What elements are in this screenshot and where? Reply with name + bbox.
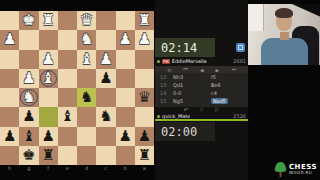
square[interactable]: ♟ bbox=[116, 30, 135, 49]
square[interactable]: ♝ bbox=[58, 107, 77, 126]
square[interactable] bbox=[77, 146, 96, 165]
online-dot bbox=[157, 60, 160, 63]
square[interactable] bbox=[58, 127, 77, 146]
square[interactable] bbox=[96, 127, 115, 146]
move-nav-bar: ⟲ ⏮ ◀ ▶ ⏭ bbox=[155, 66, 248, 73]
black-move-current[interactable]: Nxd5 bbox=[211, 98, 228, 104]
white-pawn[interactable]: ♟ bbox=[19, 69, 38, 88]
square[interactable] bbox=[116, 50, 135, 69]
square[interactable] bbox=[135, 50, 154, 69]
square[interactable] bbox=[39, 107, 58, 126]
file-label: b bbox=[116, 165, 135, 171]
player-clock: 02:00 bbox=[155, 122, 215, 141]
black-king[interactable]: ♚ bbox=[19, 146, 38, 165]
black-rook[interactable]: ♜ bbox=[39, 146, 58, 165]
square[interactable] bbox=[77, 107, 96, 126]
white-pawn[interactable]: ♟ bbox=[96, 50, 115, 69]
opponent-rating: 2681 bbox=[233, 58, 246, 64]
channel-logo: CHESS WOOD.RU bbox=[274, 161, 317, 177]
square[interactable]: ♛ bbox=[77, 11, 96, 30]
square[interactable] bbox=[0, 69, 19, 88]
white-move[interactable]: Qd1 bbox=[173, 82, 211, 88]
white-rook[interactable]: ♜ bbox=[39, 11, 58, 30]
white-move[interactable]: Ng5 bbox=[173, 98, 211, 104]
white-knight[interactable]: ♞ bbox=[77, 30, 96, 49]
white-bishop[interactable]: ♝ bbox=[77, 50, 96, 69]
file-label: f bbox=[39, 165, 58, 171]
file-label: g bbox=[19, 165, 38, 171]
square[interactable]: ♜ bbox=[39, 146, 58, 165]
square[interactable]: ♟ bbox=[116, 127, 135, 146]
square[interactable] bbox=[58, 11, 77, 30]
square[interactable] bbox=[0, 107, 19, 126]
time-progress-bar bbox=[155, 119, 248, 121]
black-move[interactable]: f5 bbox=[211, 74, 248, 80]
file-label: d bbox=[77, 165, 96, 171]
white-pawn[interactable]: ♟ bbox=[116, 30, 135, 49]
opponent-row: FM EddieMarsalla 2681 bbox=[157, 57, 246, 65]
square[interactable]: ♟ bbox=[39, 50, 58, 69]
square[interactable]: ♝ bbox=[39, 69, 58, 88]
logo-line2: WOOD.RU bbox=[289, 171, 317, 175]
white-rook[interactable]: ♜ bbox=[135, 11, 154, 30]
file-label: a bbox=[135, 165, 154, 171]
go-end-icon[interactable]: ⏭ bbox=[231, 66, 236, 73]
white-pawn[interactable]: ♟ bbox=[135, 30, 154, 49]
square[interactable] bbox=[58, 88, 77, 107]
square[interactable]: ♟ bbox=[0, 127, 19, 146]
square[interactable]: ♟ bbox=[0, 30, 19, 49]
square[interactable] bbox=[96, 30, 115, 49]
square[interactable]: ♟ bbox=[96, 50, 115, 69]
square[interactable] bbox=[116, 11, 135, 30]
square[interactable] bbox=[0, 146, 19, 165]
square[interactable] bbox=[77, 127, 96, 146]
square[interactable] bbox=[77, 69, 96, 88]
square[interactable]: ♝ bbox=[19, 127, 38, 146]
streamer-hair bbox=[275, 8, 293, 18]
streamer-torso bbox=[261, 38, 308, 65]
annotation-circle bbox=[40, 70, 57, 87]
square[interactable] bbox=[96, 146, 115, 165]
black-knight[interactable]: ♞ bbox=[96, 107, 115, 126]
black-knight[interactable]: ♞ bbox=[77, 88, 96, 107]
move-list: ⟲ ⏮ ◀ ▶ ⏭ 12 Nh3 f5 13 Qd1 Be6 14 0-0 c4 bbox=[155, 66, 248, 107]
square[interactable] bbox=[135, 107, 154, 126]
square[interactable]: ♟ bbox=[19, 107, 38, 126]
black-bishop[interactable]: ♝ bbox=[58, 107, 77, 126]
black-pawn[interactable]: ♟ bbox=[0, 127, 19, 146]
chess-board[interactable]: ♚♜♛♜♟♞♟♟♟♝♟♟♝♟♞♞♛♟♝♞♟♝♟♟♟♚♜♜ bbox=[0, 11, 154, 165]
annotation-circle bbox=[20, 89, 37, 106]
black-pawn[interactable]: ♟ bbox=[19, 107, 38, 126]
square[interactable] bbox=[116, 69, 135, 88]
streamer-neck bbox=[280, 32, 289, 40]
flip-board-icon[interactable]: ⟲ bbox=[167, 67, 171, 73]
move-number: 12 bbox=[160, 74, 173, 80]
square[interactable]: ♟ bbox=[135, 127, 154, 146]
square[interactable]: ♚ bbox=[19, 11, 38, 30]
white-pawn[interactable]: ♟ bbox=[0, 30, 19, 49]
square[interactable]: ♞ bbox=[19, 88, 38, 107]
step-forward-icon[interactable]: ▶ bbox=[216, 67, 220, 73]
square[interactable] bbox=[96, 88, 115, 107]
move-row: 12 Nh3 f5 bbox=[155, 73, 248, 81]
move-row: 15 Ng5 Nxd5 bbox=[155, 97, 248, 105]
square[interactable]: ♟ bbox=[135, 30, 154, 49]
square[interactable] bbox=[39, 88, 58, 107]
shelf bbox=[248, 4, 264, 31]
square[interactable] bbox=[135, 69, 154, 88]
black-pawn[interactable]: ♟ bbox=[116, 127, 135, 146]
square[interactable] bbox=[116, 107, 135, 126]
square[interactable]: ♝ bbox=[77, 50, 96, 69]
square[interactable]: ♞ bbox=[77, 30, 96, 49]
square[interactable] bbox=[39, 30, 58, 49]
square[interactable] bbox=[0, 88, 19, 107]
square[interactable] bbox=[0, 50, 19, 69]
white-king[interactable]: ♚ bbox=[19, 11, 38, 30]
square[interactable] bbox=[0, 11, 19, 30]
stream-frame: ♚♜♛♜♟♞♟♟♟♝♟♟♝♟♞♞♛♟♝♞♟♝♟♟♟♚♜♜ hgfedcba 02… bbox=[0, 0, 320, 180]
square[interactable]: ♛ bbox=[135, 88, 154, 107]
square[interactable] bbox=[58, 50, 77, 69]
square[interactable]: ♜ bbox=[39, 11, 58, 30]
online-dot bbox=[157, 115, 160, 118]
square[interactable]: ♟ bbox=[39, 127, 58, 146]
square[interactable]: ♜ bbox=[135, 11, 154, 30]
move-number: 15 bbox=[160, 98, 173, 104]
title-badge: FM bbox=[162, 59, 170, 64]
tree-icon bbox=[274, 161, 287, 177]
square[interactable]: ♚ bbox=[19, 146, 38, 165]
move-row: 14 0-0 c4 bbox=[155, 89, 248, 97]
square[interactable] bbox=[58, 146, 77, 165]
settings-icon[interactable] bbox=[236, 43, 245, 52]
move-row: 13 Qd1 Be6 bbox=[155, 81, 248, 89]
file-label: h bbox=[0, 165, 19, 171]
white-move[interactable]: 0-0 bbox=[173, 90, 211, 96]
square[interactable] bbox=[116, 146, 135, 165]
black-pawn[interactable]: ♟ bbox=[135, 127, 154, 146]
square[interactable] bbox=[96, 11, 115, 30]
game-panel: 02:14 FM EddieMarsalla 2681 ⟲ ⏮ ◀ ▶ ⏭ 12… bbox=[155, 0, 248, 180]
black-queen[interactable]: ♛ bbox=[135, 88, 154, 107]
white-queen[interactable]: ♛ bbox=[77, 11, 96, 30]
move-number: 14 bbox=[160, 90, 173, 96]
square[interactable]: ♞ bbox=[77, 88, 96, 107]
square[interactable]: ♞ bbox=[96, 107, 115, 126]
webcam-video bbox=[248, 4, 320, 65]
black-bishop[interactable]: ♝ bbox=[19, 127, 38, 146]
file-label: e bbox=[58, 165, 77, 171]
square[interactable] bbox=[58, 69, 77, 88]
file-label: c bbox=[96, 165, 115, 171]
square[interactable] bbox=[116, 88, 135, 107]
move-number: 13 bbox=[160, 82, 173, 88]
square[interactable] bbox=[19, 30, 38, 49]
square[interactable] bbox=[19, 50, 38, 69]
black-move[interactable]: c4 bbox=[211, 90, 248, 96]
go-start-icon[interactable]: ⏮ bbox=[183, 66, 188, 73]
file-coordinates: hgfedcba bbox=[0, 165, 154, 171]
step-back-icon[interactable]: ◀ bbox=[200, 67, 204, 73]
black-pawn[interactable]: ♟ bbox=[96, 69, 115, 88]
opponent-clock: 02:14 bbox=[155, 38, 215, 57]
opponent-name[interactable]: EddieMarsalla bbox=[172, 58, 207, 64]
white-pawn[interactable]: ♟ bbox=[39, 50, 58, 69]
mic-arm bbox=[290, 4, 320, 18]
black-move[interactable]: Be6 bbox=[211, 82, 248, 88]
square[interactable]: ♟ bbox=[19, 69, 38, 88]
square[interactable] bbox=[58, 30, 77, 49]
square[interactable]: ♜ bbox=[135, 146, 154, 165]
square[interactable]: ♟ bbox=[96, 69, 115, 88]
black-rook[interactable]: ♜ bbox=[135, 146, 154, 165]
white-move[interactable]: Nh3 bbox=[173, 74, 211, 80]
black-pawn[interactable]: ♟ bbox=[39, 127, 58, 146]
